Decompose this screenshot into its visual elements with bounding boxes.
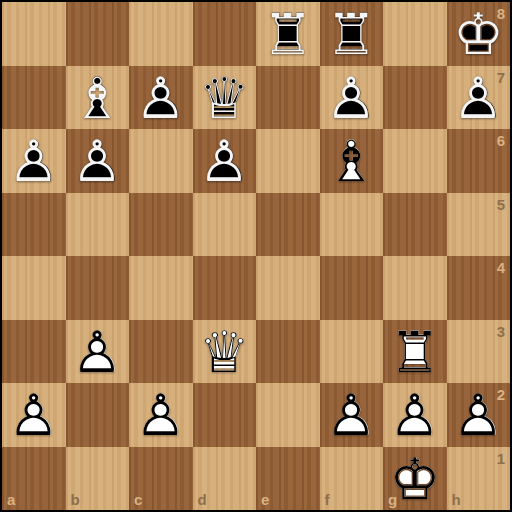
file-label-h: h [452, 492, 461, 507]
square-h1[interactable]: 1h [447, 447, 511, 511]
square-a6[interactable]: ♟♙ [2, 129, 66, 193]
piece-white-pawn-g2[interactable]: ♟♙ [383, 383, 447, 447]
white-rook-outline: ♖ [383, 320, 447, 384]
square-h3[interactable]: 3 [447, 320, 511, 384]
piece-white-pawn-c2[interactable]: ♟♙ [129, 383, 193, 447]
piece-white-pawn-b3[interactable]: ♟♙ [66, 320, 130, 384]
square-f8[interactable]: ♜♖ [320, 2, 384, 66]
square-b6[interactable]: ♟♙ [66, 129, 130, 193]
piece-white-bishop-f6[interactable]: ♝♗ [320, 129, 384, 193]
chess-board[interactable]: ♜♖♜♖8♚♔♝♗♟♙♛♕♟♙7♟♙♟♙♟♙♟♙♝♗654♟♙♛♕♜♖3♟♙♟♙… [2, 2, 510, 510]
square-d2[interactable] [193, 383, 257, 447]
square-b3[interactable]: ♟♙ [66, 320, 130, 384]
piece-black-bishop-b7[interactable]: ♝♗ [66, 66, 130, 130]
square-b2[interactable] [66, 383, 130, 447]
black-rook-outline: ♖ [320, 2, 384, 66]
black-rook-outline: ♖ [256, 2, 320, 66]
black-bishop-outline: ♗ [66, 66, 130, 130]
piece-black-pawn-c7[interactable]: ♟♙ [129, 66, 193, 130]
square-f1[interactable]: f [320, 447, 384, 511]
black-pawn-outline: ♙ [320, 66, 384, 130]
square-f2[interactable]: ♟♙ [320, 383, 384, 447]
piece-white-pawn-h2[interactable]: ♟♙ [447, 383, 511, 447]
piece-black-king-h8[interactable]: ♚♔ [447, 2, 511, 66]
square-a5[interactable] [2, 193, 66, 257]
square-e3[interactable] [256, 320, 320, 384]
square-c6[interactable] [129, 129, 193, 193]
piece-white-king-g1[interactable]: ♚♔ [383, 447, 447, 511]
file-label-a: a [7, 492, 15, 507]
square-e4[interactable] [256, 256, 320, 320]
piece-white-pawn-f2[interactable]: ♟♙ [320, 383, 384, 447]
square-a7[interactable] [2, 66, 66, 130]
square-e2[interactable] [256, 383, 320, 447]
piece-black-pawn-f7[interactable]: ♟♙ [320, 66, 384, 130]
square-f4[interactable] [320, 256, 384, 320]
square-h7[interactable]: 7♟♙ [447, 66, 511, 130]
square-h4[interactable]: 4 [447, 256, 511, 320]
square-e6[interactable] [256, 129, 320, 193]
square-c4[interactable] [129, 256, 193, 320]
square-g4[interactable] [383, 256, 447, 320]
square-d6[interactable]: ♟♙ [193, 129, 257, 193]
rank-label-3: 3 [497, 324, 505, 339]
file-label-d: d [198, 492, 207, 507]
square-g6[interactable] [383, 129, 447, 193]
piece-white-pawn-a2[interactable]: ♟♙ [2, 383, 66, 447]
black-pawn-outline: ♙ [447, 66, 511, 130]
square-f6[interactable]: ♝♗ [320, 129, 384, 193]
black-pawn-outline: ♙ [66, 129, 130, 193]
white-pawn-outline: ♙ [447, 383, 511, 447]
piece-black-pawn-h7[interactable]: ♟♙ [447, 66, 511, 130]
square-c5[interactable] [129, 193, 193, 257]
piece-black-pawn-b6[interactable]: ♟♙ [66, 129, 130, 193]
white-pawn-outline: ♙ [383, 383, 447, 447]
black-pawn-outline: ♙ [129, 66, 193, 130]
square-d5[interactable] [193, 193, 257, 257]
square-f5[interactable] [320, 193, 384, 257]
file-label-e: e [261, 492, 269, 507]
square-c2[interactable]: ♟♙ [129, 383, 193, 447]
square-a2[interactable]: ♟♙ [2, 383, 66, 447]
rank-label-5: 5 [497, 197, 505, 212]
square-h5[interactable]: 5 [447, 193, 511, 257]
square-g5[interactable] [383, 193, 447, 257]
square-h8[interactable]: 8♚♔ [447, 2, 511, 66]
board-frame: ♜♖♜♖8♚♔♝♗♟♙♛♕♟♙7♟♙♟♙♟♙♟♙♝♗654♟♙♛♕♜♖3♟♙♟♙… [0, 0, 512, 512]
square-e1[interactable]: e [256, 447, 320, 511]
piece-black-rook-e8[interactable]: ♜♖ [256, 2, 320, 66]
rank-label-1: 1 [497, 451, 505, 466]
square-g1[interactable]: g♚♔ [383, 447, 447, 511]
square-a4[interactable] [2, 256, 66, 320]
white-pawn-outline: ♙ [320, 383, 384, 447]
square-h6[interactable]: 6 [447, 129, 511, 193]
square-e5[interactable] [256, 193, 320, 257]
black-king-outline: ♔ [447, 2, 511, 66]
square-h2[interactable]: 2♟♙ [447, 383, 511, 447]
black-pawn-outline: ♙ [193, 129, 257, 193]
white-king-outline: ♔ [383, 447, 447, 511]
white-pawn-outline: ♙ [129, 383, 193, 447]
square-c7[interactable]: ♟♙ [129, 66, 193, 130]
square-d7[interactable]: ♛♕ [193, 66, 257, 130]
black-pawn-outline: ♙ [2, 129, 66, 193]
white-bishop-outline: ♗ [320, 129, 384, 193]
square-b7[interactable]: ♝♗ [66, 66, 130, 130]
square-c3[interactable] [129, 320, 193, 384]
square-a3[interactable] [2, 320, 66, 384]
square-g8[interactable] [383, 2, 447, 66]
white-queen-outline: ♕ [193, 320, 257, 384]
file-label-c: c [134, 492, 142, 507]
square-d3[interactable]: ♛♕ [193, 320, 257, 384]
square-e7[interactable] [256, 66, 320, 130]
square-g7[interactable] [383, 66, 447, 130]
square-b8[interactable] [66, 2, 130, 66]
square-a8[interactable] [2, 2, 66, 66]
piece-black-rook-f8[interactable]: ♜♖ [320, 2, 384, 66]
file-label-b: b [71, 492, 80, 507]
square-g2[interactable]: ♟♙ [383, 383, 447, 447]
square-c1[interactable]: c [129, 447, 193, 511]
square-b4[interactable] [66, 256, 130, 320]
piece-white-rook-g3[interactable]: ♜♖ [383, 320, 447, 384]
black-queen-outline: ♕ [193, 66, 257, 130]
piece-black-pawn-d6[interactable]: ♟♙ [193, 129, 257, 193]
square-g3[interactable]: ♜♖ [383, 320, 447, 384]
rank-label-4: 4 [497, 260, 505, 275]
square-b5[interactable] [66, 193, 130, 257]
square-f7[interactable]: ♟♙ [320, 66, 384, 130]
square-c8[interactable] [129, 2, 193, 66]
file-label-f: f [325, 492, 330, 507]
square-f3[interactable] [320, 320, 384, 384]
square-d8[interactable] [193, 2, 257, 66]
square-d4[interactable] [193, 256, 257, 320]
piece-black-pawn-a6[interactable]: ♟♙ [2, 129, 66, 193]
square-b1[interactable]: b [66, 447, 130, 511]
square-a1[interactable]: a [2, 447, 66, 511]
square-d1[interactable]: d [193, 447, 257, 511]
rank-label-6: 6 [497, 133, 505, 148]
square-e8[interactable]: ♜♖ [256, 2, 320, 66]
white-pawn-outline: ♙ [66, 320, 130, 384]
white-pawn-outline: ♙ [2, 383, 66, 447]
piece-black-queen-d7[interactable]: ♛♕ [193, 66, 257, 130]
piece-white-queen-d3[interactable]: ♛♕ [193, 320, 257, 384]
